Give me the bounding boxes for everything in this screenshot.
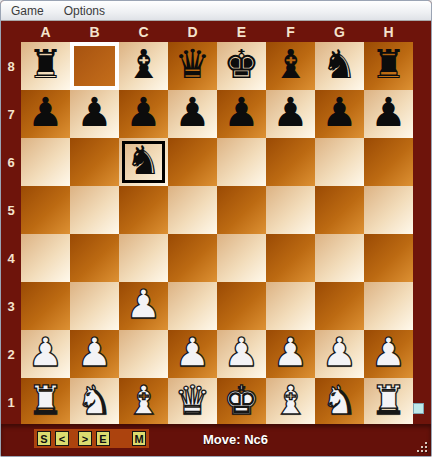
button-group: M xyxy=(132,431,146,446)
status-button-prev[interactable]: < xyxy=(55,431,69,446)
square-e3[interactable] xyxy=(217,282,266,330)
piece-black-pawn: ♟ xyxy=(273,92,309,132)
piece-white-pawn: ♟ xyxy=(371,332,407,372)
move-status-text: Move: Nc6 xyxy=(203,432,268,447)
square-e2[interactable]: ♟ xyxy=(217,330,266,378)
piece-black-queen: ♛ xyxy=(175,44,211,84)
menu-bar: Game Options xyxy=(1,1,431,21)
chess-app-window: Game Options ABCDEFGH 87654321 ♜♝♛♚♝♞♜♟♟… xyxy=(0,0,432,457)
menu-game[interactable]: Game xyxy=(11,4,44,18)
square-a1[interactable]: ♜ xyxy=(21,378,70,426)
control-button-strip: S<>EM xyxy=(34,429,149,448)
square-f5[interactable] xyxy=(266,186,315,234)
piece-white-queen: ♛ xyxy=(175,380,211,420)
piece-white-rook: ♜ xyxy=(371,380,407,420)
square-b1[interactable]: ♞ xyxy=(70,378,119,426)
rank-label-8: 8 xyxy=(1,42,21,90)
square-a8[interactable]: ♜ xyxy=(21,42,70,90)
square-f2[interactable]: ♟ xyxy=(266,330,315,378)
square-a7[interactable]: ♟ xyxy=(21,90,70,138)
file-label-g: G xyxy=(315,21,364,42)
square-b2[interactable]: ♟ xyxy=(70,330,119,378)
square-b5[interactable] xyxy=(70,186,119,234)
piece-white-king: ♚ xyxy=(224,380,260,420)
square-f7[interactable]: ♟ xyxy=(266,90,315,138)
square-f3[interactable] xyxy=(266,282,315,330)
status-button-next[interactable]: > xyxy=(78,431,92,446)
piece-black-pawn: ♟ xyxy=(126,92,162,132)
rank-label-5: 5 xyxy=(1,186,21,234)
status-button-e[interactable]: E xyxy=(96,431,110,446)
piece-white-pawn: ♟ xyxy=(77,332,113,372)
piece-black-pawn: ♟ xyxy=(371,92,407,132)
file-label-a: A xyxy=(21,21,70,42)
square-c3[interactable]: ♟ xyxy=(119,282,168,330)
status-button-m[interactable]: M xyxy=(132,431,146,446)
square-a2[interactable]: ♟ xyxy=(21,330,70,378)
square-a6[interactable] xyxy=(21,138,70,186)
status-bar: S<>EM Move: Nc6 xyxy=(1,424,431,456)
status-button-s[interactable]: S xyxy=(37,431,51,446)
square-e8[interactable]: ♚ xyxy=(217,42,266,90)
piece-black-pawn: ♟ xyxy=(175,92,211,132)
file-label-c: C xyxy=(119,21,168,42)
square-d3[interactable] xyxy=(168,282,217,330)
square-c8[interactable]: ♝ xyxy=(119,42,168,90)
resize-grip[interactable] xyxy=(416,441,429,454)
file-label-f: F xyxy=(266,21,315,42)
piece-black-pawn: ♟ xyxy=(322,92,358,132)
piece-white-pawn: ♟ xyxy=(224,332,260,372)
piece-white-rook: ♜ xyxy=(28,380,64,420)
square-e4[interactable] xyxy=(217,234,266,282)
piece-black-bishop: ♝ xyxy=(126,44,162,84)
piece-white-bishop: ♝ xyxy=(273,380,309,420)
square-d4[interactable] xyxy=(168,234,217,282)
square-c5[interactable] xyxy=(119,186,168,234)
square-d2[interactable]: ♟ xyxy=(168,330,217,378)
square-a3[interactable] xyxy=(21,282,70,330)
square-e5[interactable] xyxy=(217,186,266,234)
button-group: >E xyxy=(78,431,110,446)
chess-board: ♜♝♛♚♝♞♜♟♟♟♟♟♟♟♟♞♟♟♟♟♟♟♟♟♜♞♝♛♚♝♞♜ xyxy=(21,42,413,426)
file-labels: ABCDEFGH xyxy=(21,21,413,42)
turn-indicator xyxy=(413,403,424,414)
rank-label-4: 4 xyxy=(1,234,21,282)
square-h5[interactable] xyxy=(364,186,413,234)
rank-label-2: 2 xyxy=(1,330,21,378)
square-g2[interactable]: ♟ xyxy=(315,330,364,378)
square-h7[interactable]: ♟ xyxy=(364,90,413,138)
square-d5[interactable] xyxy=(168,186,217,234)
piece-white-knight: ♞ xyxy=(77,380,113,420)
rank-labels: 87654321 xyxy=(1,42,21,426)
file-label-h: H xyxy=(364,21,413,42)
square-d7[interactable]: ♟ xyxy=(168,90,217,138)
square-h6[interactable] xyxy=(364,138,413,186)
square-f1[interactable]: ♝ xyxy=(266,378,315,426)
square-g1[interactable]: ♞ xyxy=(315,378,364,426)
square-c4[interactable] xyxy=(119,234,168,282)
piece-black-king: ♚ xyxy=(224,44,260,84)
piece-black-knight: ♞ xyxy=(126,140,162,180)
square-d6[interactable] xyxy=(168,138,217,186)
square-g6[interactable] xyxy=(315,138,364,186)
square-g5[interactable] xyxy=(315,186,364,234)
square-d8[interactable]: ♛ xyxy=(168,42,217,90)
square-h2[interactable]: ♟ xyxy=(364,330,413,378)
square-b4[interactable] xyxy=(70,234,119,282)
square-h4[interactable] xyxy=(364,234,413,282)
square-g4[interactable] xyxy=(315,234,364,282)
piece-black-pawn: ♟ xyxy=(224,92,260,132)
square-h1[interactable]: ♜ xyxy=(364,378,413,426)
square-b7[interactable]: ♟ xyxy=(70,90,119,138)
piece-white-pawn: ♟ xyxy=(273,332,309,372)
square-c1[interactable]: ♝ xyxy=(119,378,168,426)
piece-white-pawn: ♟ xyxy=(126,284,162,324)
rank-label-6: 6 xyxy=(1,138,21,186)
square-c2[interactable] xyxy=(119,330,168,378)
square-b8[interactable] xyxy=(70,42,119,90)
square-g7[interactable]: ♟ xyxy=(315,90,364,138)
piece-black-rook: ♜ xyxy=(28,44,64,84)
piece-white-bishop: ♝ xyxy=(126,380,162,420)
square-c6[interactable]: ♞ xyxy=(119,138,168,186)
square-h3[interactable] xyxy=(364,282,413,330)
piece-black-rook: ♜ xyxy=(371,44,407,84)
piece-white-knight: ♞ xyxy=(322,380,358,420)
square-a4[interactable] xyxy=(21,234,70,282)
square-f8[interactable]: ♝ xyxy=(266,42,315,90)
piece-black-pawn: ♟ xyxy=(28,92,64,132)
square-f4[interactable] xyxy=(266,234,315,282)
piece-black-bishop: ♝ xyxy=(273,44,309,84)
square-c7[interactable]: ♟ xyxy=(119,90,168,138)
square-d1[interactable]: ♛ xyxy=(168,378,217,426)
square-f6[interactable] xyxy=(266,138,315,186)
piece-white-pawn: ♟ xyxy=(322,332,358,372)
rank-label-1: 1 xyxy=(1,378,21,426)
square-a5[interactable] xyxy=(21,186,70,234)
rank-label-7: 7 xyxy=(1,90,21,138)
file-label-b: B xyxy=(70,21,119,42)
square-b3[interactable] xyxy=(70,282,119,330)
square-e6[interactable] xyxy=(217,138,266,186)
square-e7[interactable]: ♟ xyxy=(217,90,266,138)
file-label-d: D xyxy=(168,21,217,42)
square-e1[interactable]: ♚ xyxy=(217,378,266,426)
piece-black-pawn: ♟ xyxy=(77,92,113,132)
piece-white-pawn: ♟ xyxy=(28,332,64,372)
square-g8[interactable]: ♞ xyxy=(315,42,364,90)
menu-options[interactable]: Options xyxy=(64,4,105,18)
piece-black-knight: ♞ xyxy=(322,44,358,84)
square-g3[interactable] xyxy=(315,282,364,330)
rank-label-3: 3 xyxy=(1,282,21,330)
square-b6[interactable] xyxy=(70,138,119,186)
square-h8[interactable]: ♜ xyxy=(364,42,413,90)
file-label-e: E xyxy=(217,21,266,42)
button-group: S< xyxy=(37,431,69,446)
piece-white-pawn: ♟ xyxy=(175,332,211,372)
